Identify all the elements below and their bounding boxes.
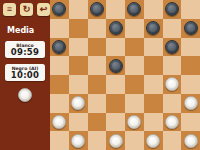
square-a8[interactable] bbox=[50, 0, 69, 19]
square-c5[interactable] bbox=[88, 56, 107, 75]
square-f5[interactable] bbox=[144, 56, 163, 75]
white-piece[interactable] bbox=[146, 134, 160, 148]
square-h8[interactable] bbox=[181, 0, 200, 19]
difficulty-label: Media bbox=[7, 26, 50, 35]
square-h5[interactable] bbox=[181, 56, 200, 75]
white-piece[interactable] bbox=[127, 115, 141, 129]
square-d3[interactable] bbox=[106, 94, 125, 113]
white-piece[interactable] bbox=[165, 77, 179, 91]
white-piece[interactable] bbox=[71, 134, 85, 148]
square-h4[interactable] bbox=[181, 75, 200, 94]
sidebar: ≡ ↻ ↩ Media Blanco 09:59 Negro (AI) 10:0… bbox=[0, 0, 50, 150]
square-g8[interactable] bbox=[163, 0, 182, 19]
white-clock-time: 09:59 bbox=[5, 48, 45, 57]
undo-icon: ↩ bbox=[40, 3, 48, 16]
square-h2[interactable] bbox=[181, 113, 200, 132]
square-f4[interactable] bbox=[144, 75, 163, 94]
square-e6[interactable] bbox=[125, 38, 144, 57]
square-h7[interactable] bbox=[181, 19, 200, 38]
white-piece[interactable] bbox=[165, 115, 179, 129]
square-d7[interactable] bbox=[106, 19, 125, 38]
square-b2[interactable] bbox=[69, 113, 88, 132]
undo-button[interactable]: ↩ bbox=[37, 3, 50, 16]
black-piece[interactable] bbox=[109, 21, 123, 35]
square-b5[interactable] bbox=[69, 56, 88, 75]
white-piece[interactable] bbox=[71, 96, 85, 110]
square-b8[interactable] bbox=[69, 0, 88, 19]
square-c3[interactable] bbox=[88, 94, 107, 113]
square-a3[interactable] bbox=[50, 94, 69, 113]
square-b3[interactable] bbox=[69, 94, 88, 113]
square-e3[interactable] bbox=[125, 94, 144, 113]
square-e4[interactable] bbox=[125, 75, 144, 94]
square-f7[interactable] bbox=[144, 19, 163, 38]
square-b6[interactable] bbox=[69, 38, 88, 57]
white-piece[interactable] bbox=[109, 134, 123, 148]
white-piece[interactable] bbox=[184, 96, 198, 110]
square-f3[interactable] bbox=[144, 94, 163, 113]
black-clock-time: 10:00 bbox=[5, 71, 45, 80]
square-h6[interactable] bbox=[181, 38, 200, 57]
toolbar: ≡ ↻ ↩ bbox=[0, 0, 50, 16]
square-h1[interactable] bbox=[181, 131, 200, 150]
square-f2[interactable] bbox=[144, 113, 163, 132]
square-e8[interactable] bbox=[125, 0, 144, 19]
square-c4[interactable] bbox=[88, 75, 107, 94]
square-g5[interactable] bbox=[163, 56, 182, 75]
square-e2[interactable] bbox=[125, 113, 144, 132]
restart-icon: ↻ bbox=[23, 3, 31, 16]
black-piece[interactable] bbox=[184, 21, 198, 35]
square-b1[interactable] bbox=[69, 131, 88, 150]
square-f1[interactable] bbox=[144, 131, 163, 150]
square-c1[interactable] bbox=[88, 131, 107, 150]
menu-button[interactable]: ≡ bbox=[3, 3, 16, 16]
square-e5[interactable] bbox=[125, 56, 144, 75]
square-a4[interactable] bbox=[50, 75, 69, 94]
square-e1[interactable] bbox=[125, 131, 144, 150]
square-a6[interactable] bbox=[50, 38, 69, 57]
square-a5[interactable] bbox=[50, 56, 69, 75]
black-piece[interactable] bbox=[146, 21, 160, 35]
square-c8[interactable] bbox=[88, 0, 107, 19]
white-clock: Blanco 09:59 bbox=[5, 41, 45, 58]
square-c6[interactable] bbox=[88, 38, 107, 57]
turn-indicator-wrap bbox=[0, 88, 50, 102]
square-f8[interactable] bbox=[144, 0, 163, 19]
black-piece[interactable] bbox=[165, 2, 179, 16]
white-piece[interactable] bbox=[52, 115, 66, 129]
square-c2[interactable] bbox=[88, 113, 107, 132]
black-piece[interactable] bbox=[52, 2, 66, 16]
square-a1[interactable] bbox=[50, 131, 69, 150]
square-a2[interactable] bbox=[50, 113, 69, 132]
square-d5[interactable] bbox=[106, 56, 125, 75]
square-g4[interactable] bbox=[163, 75, 182, 94]
square-d2[interactable] bbox=[106, 113, 125, 132]
square-c7[interactable] bbox=[88, 19, 107, 38]
restart-button[interactable]: ↻ bbox=[20, 3, 33, 16]
board bbox=[50, 0, 200, 150]
square-d6[interactable] bbox=[106, 38, 125, 57]
square-g1[interactable] bbox=[163, 131, 182, 150]
checkers-app: ≡ ↻ ↩ Media Blanco 09:59 Negro (AI) 10:0… bbox=[0, 0, 200, 150]
square-f6[interactable] bbox=[144, 38, 163, 57]
square-g7[interactable] bbox=[163, 19, 182, 38]
black-clock: Negro (AI) 10:00 bbox=[5, 64, 45, 81]
black-piece[interactable] bbox=[52, 40, 66, 54]
square-h3[interactable] bbox=[181, 94, 200, 113]
menu-icon: ≡ bbox=[7, 3, 12, 16]
square-e7[interactable] bbox=[125, 19, 144, 38]
black-piece[interactable] bbox=[165, 40, 179, 54]
square-g6[interactable] bbox=[163, 38, 182, 57]
square-d8[interactable] bbox=[106, 0, 125, 19]
square-d4[interactable] bbox=[106, 75, 125, 94]
black-piece[interactable] bbox=[127, 2, 141, 16]
turn-indicator-white-piece bbox=[18, 88, 32, 102]
square-d1[interactable] bbox=[106, 131, 125, 150]
white-piece[interactable] bbox=[184, 134, 198, 148]
black-piece[interactable] bbox=[109, 59, 123, 73]
square-b7[interactable] bbox=[69, 19, 88, 38]
square-g3[interactable] bbox=[163, 94, 182, 113]
square-a7[interactable] bbox=[50, 19, 69, 38]
square-g2[interactable] bbox=[163, 113, 182, 132]
black-piece[interactable] bbox=[90, 2, 104, 16]
square-b4[interactable] bbox=[69, 75, 88, 94]
